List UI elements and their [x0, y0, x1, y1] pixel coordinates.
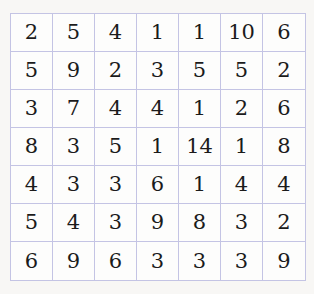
grid-cell-r1c5[interactable]: 1	[179, 14, 221, 52]
grid-cell-r5c1[interactable]: 4	[11, 166, 53, 204]
grid-cell-r3c4[interactable]: 4	[137, 90, 179, 128]
grid-cell-r1c3[interactable]: 4	[95, 14, 137, 52]
grid-cell-r6c6[interactable]: 3	[221, 204, 263, 242]
grid-cell-r1c6[interactable]: 10	[221, 14, 263, 52]
grid-cell-r2c3[interactable]: 2	[95, 52, 137, 90]
grid-cell-r4c7[interactable]: 8	[263, 128, 305, 166]
grid-cell-r2c6[interactable]: 5	[221, 52, 263, 90]
grid-cell-r4c1[interactable]: 8	[11, 128, 53, 166]
grid-cell-r1c2[interactable]: 5	[53, 14, 95, 52]
grid-cell-r3c1[interactable]: 3	[11, 90, 53, 128]
grid-cell-r5c2[interactable]: 3	[53, 166, 95, 204]
number-grid: 2541110659235523744126835114184336144543…	[10, 13, 306, 281]
grid-cell-r6c5[interactable]: 8	[179, 204, 221, 242]
grid-cell-r6c3[interactable]: 3	[95, 204, 137, 242]
grid-cell-r1c7[interactable]: 6	[263, 14, 305, 52]
grid-cell-r7c7[interactable]: 9	[263, 242, 305, 280]
grid-cell-r4c2[interactable]: 3	[53, 128, 95, 166]
grid-cell-r6c7[interactable]: 2	[263, 204, 305, 242]
grid-cell-r5c5[interactable]: 1	[179, 166, 221, 204]
grid-cell-r4c4[interactable]: 1	[137, 128, 179, 166]
grid-cell-r7c1[interactable]: 6	[11, 242, 53, 280]
grid-cell-r2c4[interactable]: 3	[137, 52, 179, 90]
grid-cell-r7c6[interactable]: 3	[221, 242, 263, 280]
grid-cell-r4c6[interactable]: 1	[221, 128, 263, 166]
grid-cell-r7c5[interactable]: 3	[179, 242, 221, 280]
grid-cell-r5c7[interactable]: 4	[263, 166, 305, 204]
grid-cell-r3c5[interactable]: 1	[179, 90, 221, 128]
grid-cell-r5c6[interactable]: 4	[221, 166, 263, 204]
grid-cell-r6c4[interactable]: 9	[137, 204, 179, 242]
grid-cell-r5c4[interactable]: 6	[137, 166, 179, 204]
grid-cell-r2c5[interactable]: 5	[179, 52, 221, 90]
grid-cell-r6c2[interactable]: 4	[53, 204, 95, 242]
grid-cell-r3c3[interactable]: 4	[95, 90, 137, 128]
grid-cell-r7c2[interactable]: 9	[53, 242, 95, 280]
grid-cell-r1c1[interactable]: 2	[11, 14, 53, 52]
grid-cell-r7c3[interactable]: 6	[95, 242, 137, 280]
grid-cell-r5c3[interactable]: 3	[95, 166, 137, 204]
grid-cell-r2c2[interactable]: 9	[53, 52, 95, 90]
grid-cell-r4c5[interactable]: 14	[179, 128, 221, 166]
grid-cell-r2c1[interactable]: 5	[11, 52, 53, 90]
grid-cell-r1c4[interactable]: 1	[137, 14, 179, 52]
grid-cell-r3c7[interactable]: 6	[263, 90, 305, 128]
grid-cell-r6c1[interactable]: 5	[11, 204, 53, 242]
grid-cell-r3c2[interactable]: 7	[53, 90, 95, 128]
grid-cell-r2c7[interactable]: 2	[263, 52, 305, 90]
grid-cell-r3c6[interactable]: 2	[221, 90, 263, 128]
board-wrapper: 2541110659235523744126835114184336144543…	[0, 0, 314, 281]
grid-cell-r4c3[interactable]: 5	[95, 128, 137, 166]
grid-cell-r7c4[interactable]: 3	[137, 242, 179, 280]
